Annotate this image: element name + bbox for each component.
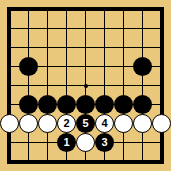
- board-intersection[interactable]: [133, 133, 152, 152]
- move-4-white-stone: 4: [95, 114, 114, 133]
- grid-line-vertical: [161, 152, 162, 162]
- black-stone: [57, 95, 76, 114]
- black-stone: [19, 95, 38, 114]
- board-intersection[interactable]: [133, 152, 152, 171]
- grid-line-vertical: [9, 19, 10, 38]
- board-intersection[interactable]: [152, 57, 171, 76]
- grid-line-vertical: [142, 133, 143, 152]
- grid-line-vertical: [47, 57, 48, 76]
- grid-line-horizontal: [9, 85, 19, 86]
- white-stone: [133, 114, 152, 133]
- board-intersection[interactable]: [76, 19, 95, 38]
- grid-line-vertical: [123, 9, 124, 19]
- board-intersection[interactable]: [152, 133, 171, 152]
- black-stone: [76, 95, 95, 114]
- move-number-label: 1: [63, 137, 69, 148]
- board-intersection[interactable]: [95, 95, 114, 114]
- grid-line-vertical: [104, 152, 105, 162]
- board-intersection[interactable]: [19, 0, 38, 19]
- grid-line-vertical: [104, 19, 105, 38]
- grid-line-vertical: [28, 19, 29, 38]
- board-intersection[interactable]: [76, 57, 95, 76]
- board-intersection[interactable]: [38, 114, 57, 133]
- board-intersection[interactable]: [19, 76, 38, 95]
- board-intersection[interactable]: [38, 57, 57, 76]
- board-intersection[interactable]: [95, 38, 114, 57]
- grid-line-vertical: [9, 38, 10, 57]
- grid-line-vertical: [123, 76, 124, 95]
- grid-line-vertical: [28, 76, 29, 95]
- board-intersection[interactable]: [152, 114, 171, 133]
- board-intersection[interactable]: [0, 152, 19, 171]
- board-intersection[interactable]: [19, 19, 38, 38]
- grid-line-vertical: [142, 9, 143, 19]
- board-intersection[interactable]: [133, 38, 152, 57]
- grid-line-vertical: [9, 76, 10, 95]
- board-intersection[interactable]: [76, 38, 95, 57]
- grid-line-vertical: [104, 9, 105, 19]
- white-stone: [76, 133, 95, 152]
- board-intersection[interactable]: [133, 114, 152, 133]
- black-stone: [19, 57, 38, 76]
- move-number-label: 3: [101, 137, 107, 148]
- board-intersection[interactable]: [114, 133, 133, 152]
- grid-line-vertical: [66, 19, 67, 38]
- board-intersection[interactable]: 3: [95, 133, 114, 152]
- board-intersection[interactable]: [114, 114, 133, 133]
- grid-line-vertical: [66, 76, 67, 95]
- black-stone: [38, 95, 57, 114]
- board-intersection[interactable]: [38, 152, 57, 171]
- grid-line-vertical: [123, 152, 124, 162]
- board-intersection[interactable]: [0, 19, 19, 38]
- grid-line-vertical: [161, 76, 162, 95]
- grid-line-vertical: [9, 95, 10, 114]
- board-intersection[interactable]: [19, 38, 38, 57]
- move-number-label: 2: [63, 118, 69, 129]
- grid-line-horizontal: [9, 47, 19, 48]
- grid-line-vertical: [161, 9, 162, 19]
- grid-line-horizontal: [9, 161, 19, 162]
- grid-line-vertical: [47, 133, 48, 152]
- board-intersection[interactable]: [38, 0, 57, 19]
- move-number-label: 4: [101, 118, 107, 129]
- grid-line-vertical: [66, 152, 67, 162]
- go-diagram: 25413: [0, 0, 171, 171]
- grid-line-vertical: [28, 152, 29, 162]
- board-intersection[interactable]: 5: [76, 114, 95, 133]
- go-board: 25413: [0, 0, 171, 171]
- board-intersection[interactable]: [76, 0, 95, 19]
- board-intersection[interactable]: [57, 38, 76, 57]
- black-stone: [133, 95, 152, 114]
- board-intersection[interactable]: [38, 19, 57, 38]
- grid-line-vertical: [9, 9, 10, 19]
- move-2-white-stone: 2: [57, 114, 76, 133]
- board-intersection[interactable]: [57, 152, 76, 171]
- white-stone: [0, 114, 19, 133]
- grid-line-horizontal: [9, 104, 19, 105]
- grid-line-vertical: [123, 57, 124, 76]
- board-intersection[interactable]: [38, 133, 57, 152]
- grid-line-vertical: [161, 19, 162, 38]
- board-intersection[interactable]: [19, 152, 38, 171]
- board-intersection[interactable]: [114, 57, 133, 76]
- grid-line-vertical: [66, 9, 67, 19]
- board-intersection[interactable]: [57, 0, 76, 19]
- grid-line-vertical: [66, 38, 67, 57]
- board-intersection[interactable]: [0, 76, 19, 95]
- grid-line-vertical: [9, 57, 10, 76]
- board-intersection[interactable]: [19, 114, 38, 133]
- board-intersection[interactable]: [76, 152, 95, 171]
- move-number-label: 5: [82, 118, 88, 129]
- move-5-black-stone: 5: [76, 114, 95, 133]
- board-intersection[interactable]: [114, 38, 133, 57]
- board-intersection[interactable]: [133, 76, 152, 95]
- board-intersection[interactable]: [38, 38, 57, 57]
- board-intersection[interactable]: [38, 76, 57, 95]
- board-intersection[interactable]: [95, 19, 114, 38]
- board-intersection[interactable]: [152, 76, 171, 95]
- board-intersection[interactable]: [95, 57, 114, 76]
- board-intersection[interactable]: [76, 133, 95, 152]
- grid-line-vertical: [142, 19, 143, 38]
- board-intersection[interactable]: [95, 0, 114, 19]
- grid-line-vertical: [47, 76, 48, 95]
- grid-line-vertical: [85, 19, 86, 38]
- board-intersection[interactable]: [95, 152, 114, 171]
- white-stone: [38, 114, 57, 133]
- board-intersection[interactable]: [0, 0, 19, 19]
- move-3-black-stone: 3: [95, 133, 114, 152]
- board-intersection[interactable]: [76, 76, 95, 95]
- grid-line-vertical: [47, 9, 48, 19]
- board-intersection[interactable]: 4: [95, 114, 114, 133]
- board-intersection[interactable]: 2: [57, 114, 76, 133]
- move-1-black-stone: 1: [57, 133, 76, 152]
- board-intersection[interactable]: [133, 95, 152, 114]
- grid-line-vertical: [85, 57, 86, 76]
- board-intersection[interactable]: [57, 19, 76, 38]
- grid-line-horizontal: [9, 28, 19, 29]
- grid-line-vertical: [123, 38, 124, 57]
- black-stone: [95, 95, 114, 114]
- board-intersection[interactable]: [152, 38, 171, 57]
- board-intersection[interactable]: [57, 57, 76, 76]
- board-intersection[interactable]: [114, 76, 133, 95]
- board-intersection[interactable]: [114, 0, 133, 19]
- board-intersection[interactable]: [76, 95, 95, 114]
- white-stone: [152, 114, 171, 133]
- grid-line-vertical: [161, 38, 162, 57]
- board-intersection[interactable]: [0, 57, 19, 76]
- grid-line-vertical: [85, 38, 86, 57]
- board-intersection[interactable]: [19, 95, 38, 114]
- board-intersection[interactable]: [152, 152, 171, 171]
- grid-line-vertical: [104, 38, 105, 57]
- grid-line-vertical: [161, 95, 162, 114]
- grid-line-horizontal: [9, 66, 19, 67]
- black-stone: [114, 95, 133, 114]
- board-intersection[interactable]: 1: [57, 133, 76, 152]
- board-intersection[interactable]: [152, 0, 171, 19]
- grid-line-vertical: [142, 152, 143, 162]
- grid-line-vertical: [28, 38, 29, 57]
- board-intersection[interactable]: [57, 95, 76, 114]
- grid-line-horizontal: [9, 142, 19, 143]
- star-point: [84, 84, 88, 88]
- board-intersection[interactable]: [95, 76, 114, 95]
- board-intersection[interactable]: [114, 19, 133, 38]
- grid-line-vertical: [85, 9, 86, 19]
- board-intersection[interactable]: [133, 0, 152, 19]
- grid-line-vertical: [28, 9, 29, 19]
- grid-line-vertical: [161, 57, 162, 76]
- grid-line-vertical: [47, 152, 48, 162]
- grid-line-vertical: [47, 38, 48, 57]
- board-intersection[interactable]: [19, 133, 38, 152]
- board-intersection[interactable]: [38, 95, 57, 114]
- board-intersection[interactable]: [133, 57, 152, 76]
- grid-line-vertical: [28, 133, 29, 152]
- grid-line-vertical: [47, 19, 48, 38]
- board-intersection[interactable]: [152, 19, 171, 38]
- board-intersection[interactable]: [0, 133, 19, 152]
- grid-line-vertical: [104, 76, 105, 95]
- grid-line-vertical: [85, 152, 86, 162]
- grid-line-vertical: [123, 133, 124, 152]
- board-intersection[interactable]: [114, 95, 133, 114]
- board-intersection[interactable]: [0, 38, 19, 57]
- grid-line-vertical: [9, 133, 10, 152]
- board-intersection[interactable]: [0, 114, 19, 133]
- black-stone: [133, 57, 152, 76]
- grid-line-vertical: [161, 133, 162, 152]
- white-stone: [19, 114, 38, 133]
- grid-line-vertical: [123, 19, 124, 38]
- grid-line-vertical: [142, 38, 143, 57]
- board-intersection[interactable]: [57, 76, 76, 95]
- board-intersection[interactable]: [133, 19, 152, 38]
- board-intersection[interactable]: [152, 95, 171, 114]
- grid-line-vertical: [142, 76, 143, 95]
- grid-line-vertical: [66, 57, 67, 76]
- board-intersection[interactable]: [19, 57, 38, 76]
- grid-line-vertical: [9, 152, 10, 162]
- board-intersection[interactable]: [114, 152, 133, 171]
- grid-line-vertical: [104, 57, 105, 76]
- white-stone: [114, 114, 133, 133]
- board-intersection[interactable]: [0, 95, 19, 114]
- grid-line-horizontal: [9, 9, 19, 10]
